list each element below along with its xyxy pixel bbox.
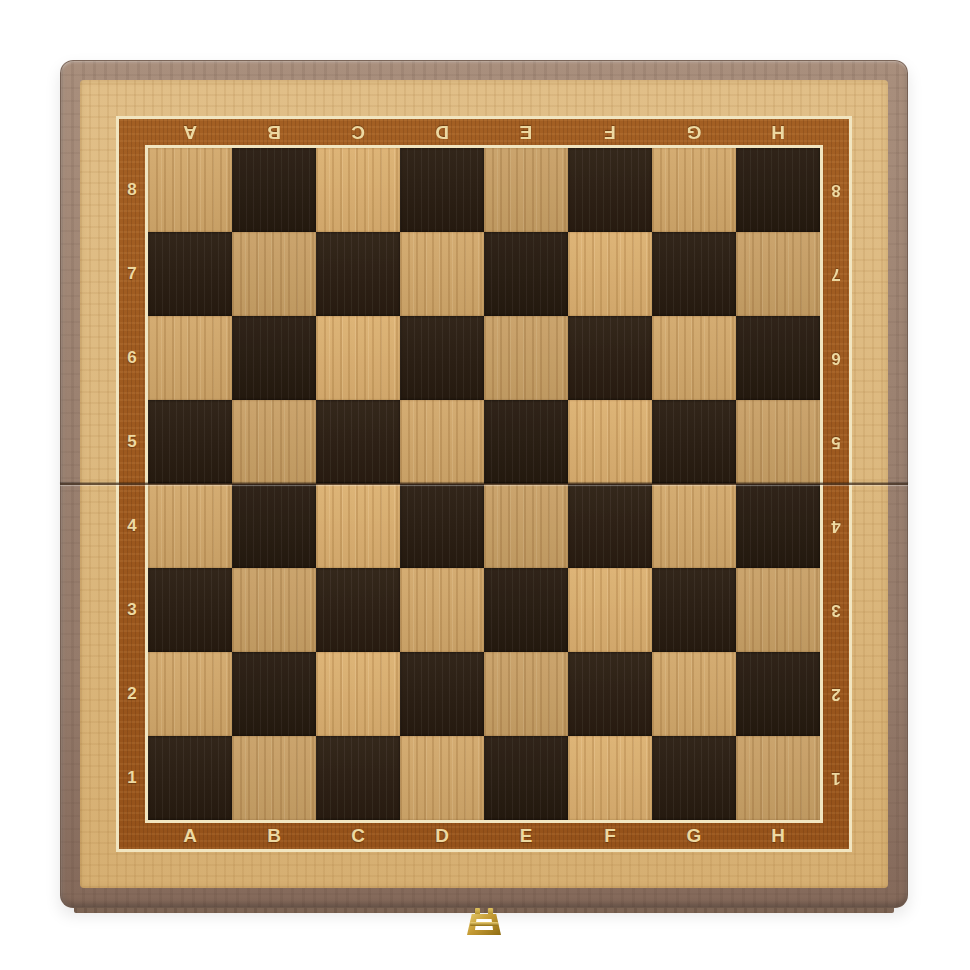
square-g6[interactable] — [652, 316, 736, 400]
square-f8[interactable] — [568, 148, 652, 232]
file-label-bottom-b: B — [232, 823, 316, 849]
square-g2[interactable] — [652, 652, 736, 736]
rank-label-left-7: 7 — [119, 232, 145, 316]
file-label-bottom-d: D — [400, 823, 484, 849]
clasp-bar — [470, 922, 498, 926]
square-g5[interactable] — [652, 400, 736, 484]
square-f1[interactable] — [568, 736, 652, 820]
square-d3[interactable] — [400, 568, 484, 652]
square-h4[interactable] — [736, 484, 820, 568]
fold-seam — [60, 483, 908, 485]
rank-label-left-1: 1 — [119, 736, 145, 820]
file-label-top-c: C — [316, 119, 400, 145]
square-h6[interactable] — [736, 316, 820, 400]
square-d1[interactable] — [400, 736, 484, 820]
rank-label-right-3: 3 — [823, 568, 849, 652]
square-a2[interactable] — [148, 652, 232, 736]
square-c2[interactable] — [316, 652, 400, 736]
square-f2[interactable] — [568, 652, 652, 736]
square-b2[interactable] — [232, 652, 316, 736]
file-label-top-f: F — [568, 119, 652, 145]
square-g4[interactable] — [652, 484, 736, 568]
square-c6[interactable] — [316, 316, 400, 400]
square-c3[interactable] — [316, 568, 400, 652]
file-label-top-h: H — [736, 119, 820, 145]
square-d2[interactable] — [400, 652, 484, 736]
square-e1[interactable] — [484, 736, 568, 820]
square-e4[interactable] — [484, 484, 568, 568]
file-label-top-b: B — [232, 119, 316, 145]
file-label-bottom-g: G — [652, 823, 736, 849]
square-b6[interactable] — [232, 316, 316, 400]
square-h8[interactable] — [736, 148, 820, 232]
rank-label-left-2: 2 — [119, 652, 145, 736]
square-b8[interactable] — [232, 148, 316, 232]
rank-label-right-7: 7 — [823, 232, 849, 316]
square-f4[interactable] — [568, 484, 652, 568]
square-d6[interactable] — [400, 316, 484, 400]
square-a7[interactable] — [148, 232, 232, 316]
rank-label-right-5: 5 — [823, 400, 849, 484]
square-f3[interactable] — [568, 568, 652, 652]
square-a3[interactable] — [148, 568, 232, 652]
square-c7[interactable] — [316, 232, 400, 316]
chessboard: ABCDEFGH ABCDEFGH 87654321 87654321 — [60, 60, 908, 908]
square-a4[interactable] — [148, 484, 232, 568]
square-a8[interactable] — [148, 148, 232, 232]
square-a5[interactable] — [148, 400, 232, 484]
square-b1[interactable] — [232, 736, 316, 820]
square-f7[interactable] — [568, 232, 652, 316]
square-b3[interactable] — [232, 568, 316, 652]
square-c5[interactable] — [316, 400, 400, 484]
square-f5[interactable] — [568, 400, 652, 484]
square-e7[interactable] — [484, 232, 568, 316]
square-e6[interactable] — [484, 316, 568, 400]
file-labels-bottom: ABCDEFGH — [148, 823, 820, 849]
square-b4[interactable] — [232, 484, 316, 568]
rank-label-right-4: 4 — [823, 484, 849, 568]
square-e2[interactable] — [484, 652, 568, 736]
square-f6[interactable] — [568, 316, 652, 400]
square-g7[interactable] — [652, 232, 736, 316]
file-label-bottom-h: H — [736, 823, 820, 849]
square-g3[interactable] — [652, 568, 736, 652]
rank-label-left-8: 8 — [119, 148, 145, 232]
square-e8[interactable] — [484, 148, 568, 232]
rank-label-left-5: 5 — [119, 400, 145, 484]
rank-label-right-1: 1 — [823, 736, 849, 820]
square-h1[interactable] — [736, 736, 820, 820]
square-d8[interactable] — [400, 148, 484, 232]
square-g1[interactable] — [652, 736, 736, 820]
square-a1[interactable] — [148, 736, 232, 820]
file-label-bottom-a: A — [148, 823, 232, 849]
rank-label-right-2: 2 — [823, 652, 849, 736]
square-d5[interactable] — [400, 400, 484, 484]
file-label-top-e: E — [484, 119, 568, 145]
square-c4[interactable] — [316, 484, 400, 568]
file-label-bottom-c: C — [316, 823, 400, 849]
rank-label-right-6: 6 — [823, 316, 849, 400]
square-b7[interactable] — [232, 232, 316, 316]
square-d7[interactable] — [400, 232, 484, 316]
file-label-bottom-e: E — [484, 823, 568, 849]
file-label-top-a: A — [148, 119, 232, 145]
square-h5[interactable] — [736, 400, 820, 484]
square-d4[interactable] — [400, 484, 484, 568]
file-label-top-g: G — [652, 119, 736, 145]
square-c8[interactable] — [316, 148, 400, 232]
square-b5[interactable] — [232, 400, 316, 484]
square-c1[interactable] — [316, 736, 400, 820]
file-label-bottom-f: F — [568, 823, 652, 849]
square-e5[interactable] — [484, 400, 568, 484]
square-h2[interactable] — [736, 652, 820, 736]
rank-label-left-3: 3 — [119, 568, 145, 652]
square-h7[interactable] — [736, 232, 820, 316]
square-e3[interactable] — [484, 568, 568, 652]
square-a6[interactable] — [148, 316, 232, 400]
file-label-top-d: D — [400, 119, 484, 145]
rank-label-right-8: 8 — [823, 148, 849, 232]
rank-label-left-4: 4 — [119, 484, 145, 568]
square-h3[interactable] — [736, 568, 820, 652]
file-labels-top: ABCDEFGH — [148, 119, 820, 145]
square-g8[interactable] — [652, 148, 736, 232]
rank-label-left-6: 6 — [119, 316, 145, 400]
brass-clasp — [467, 908, 501, 935]
